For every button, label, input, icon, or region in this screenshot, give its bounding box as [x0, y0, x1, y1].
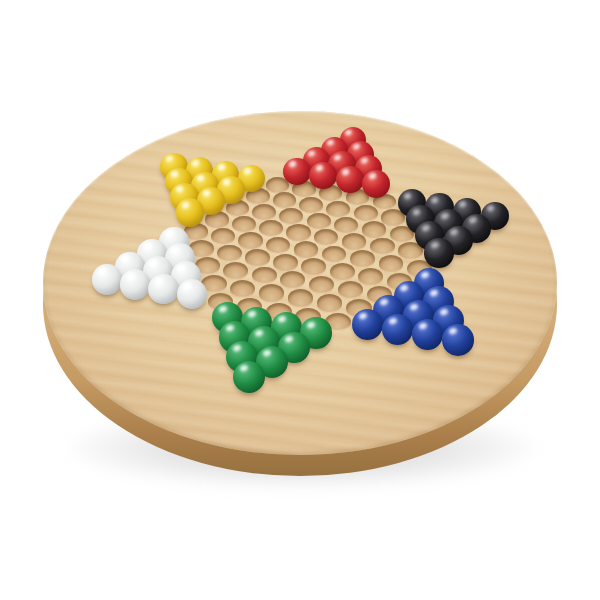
board-hole[interactable]: [217, 245, 242, 263]
board-hole[interactable]: [334, 217, 358, 234]
board-hole[interactable]: [230, 280, 255, 298]
marble-highlight: [171, 170, 180, 178]
marble-highlight: [360, 158, 368, 165]
marble-highlight: [379, 298, 389, 306]
marble-green[interactable]: [233, 361, 265, 393]
marble-highlight: [345, 129, 353, 136]
marble-highlight: [165, 229, 174, 237]
board-hole[interactable]: [232, 216, 256, 233]
marble-highlight: [334, 154, 342, 161]
marble-highlight: [307, 320, 317, 328]
board-hole[interactable]: [211, 228, 235, 245]
board-hole[interactable]: [314, 229, 338, 246]
marble-highlight: [429, 289, 438, 297]
marble-highlight: [368, 172, 377, 180]
marble-highlight: [468, 216, 477, 224]
star-holes-and-marbles-layer: [0, 0, 600, 600]
marble-highlight: [181, 201, 190, 209]
marble-highlight: [358, 312, 368, 320]
marble-highlight: [458, 200, 467, 208]
board-hole[interactable]: [245, 249, 270, 267]
marble-highlight: [486, 204, 495, 212]
marble-blue[interactable]: [412, 319, 443, 350]
marble-blue[interactable]: [352, 309, 383, 340]
marble-highlight: [255, 329, 265, 338]
board-hole[interactable]: [223, 262, 248, 280]
marble-highlight: [191, 159, 199, 166]
marble-red[interactable]: [336, 166, 364, 194]
board-hole[interactable]: [322, 246, 347, 264]
marble-highlight: [412, 208, 421, 216]
board-hole[interactable]: [350, 250, 375, 268]
marble-white[interactable]: [92, 264, 122, 294]
board-hole[interactable]: [342, 233, 366, 250]
marble-yellow[interactable]: [176, 198, 205, 227]
board-hole[interactable]: [354, 205, 378, 222]
marble-highlight: [449, 327, 459, 336]
marble-red[interactable]: [362, 170, 390, 198]
board-hole[interactable]: [238, 232, 262, 249]
marble-highlight: [166, 155, 174, 162]
marble-highlight: [243, 167, 252, 175]
board-hole[interactable]: [299, 197, 323, 214]
marble-highlight: [218, 305, 228, 313]
marble-highlight: [202, 189, 211, 197]
board-hole[interactable]: [301, 258, 326, 276]
marble-highlight: [352, 143, 360, 150]
marble-highlight: [400, 284, 409, 292]
product-photo-scene: [0, 0, 600, 600]
board-hole[interactable]: [252, 267, 277, 285]
marble-highlight: [223, 178, 232, 186]
marble-highlight: [421, 224, 430, 232]
board-hole[interactable]: [326, 201, 350, 218]
board-hole[interactable]: [279, 208, 303, 225]
marble-highlight: [239, 364, 249, 373]
marble-highlight: [449, 228, 458, 236]
marble-highlight: [98, 267, 107, 275]
marble-highlight: [420, 271, 429, 279]
marble-highlight: [315, 164, 324, 171]
marble-highlight: [217, 163, 226, 170]
marble-highlight: [121, 254, 130, 262]
marble-highlight: [430, 241, 439, 249]
board-hole[interactable]: [362, 221, 386, 238]
marble-highlight: [439, 308, 449, 316]
marble-highlight: [440, 212, 449, 220]
marble-red[interactable]: [283, 158, 311, 186]
marble-highlight: [418, 322, 428, 330]
marble-highlight: [289, 160, 298, 167]
marble-blue[interactable]: [382, 314, 413, 345]
marble-highlight: [308, 150, 316, 157]
marble-highlight: [154, 277, 163, 285]
marble-highlight: [143, 242, 152, 250]
marble-highlight: [403, 192, 412, 200]
marble-highlight: [262, 349, 272, 358]
board-hole[interactable]: [317, 294, 343, 312]
marble-highlight: [388, 317, 398, 325]
marble-white[interactable]: [177, 279, 208, 310]
board-hole[interactable]: [330, 263, 355, 281]
board-hole[interactable]: [280, 271, 305, 289]
board-hole[interactable]: [259, 220, 283, 237]
board-hole[interactable]: [273, 192, 297, 209]
board-hole[interactable]: [294, 241, 319, 259]
marble-highlight: [277, 315, 287, 323]
board-hole[interactable]: [266, 237, 291, 255]
board-hole[interactable]: [358, 268, 383, 286]
board-hole[interactable]: [252, 204, 276, 221]
board-hole[interactable]: [379, 255, 404, 273]
marble-white[interactable]: [120, 269, 150, 299]
board-hole[interactable]: [286, 224, 310, 241]
marble-highlight: [285, 335, 295, 344]
marble-highlight: [197, 174, 206, 182]
marble-highlight: [176, 185, 185, 193]
board-hole[interactable]: [259, 284, 284, 302]
marble-highlight: [177, 264, 186, 272]
marble-highlight: [341, 168, 350, 176]
board-hole[interactable]: [307, 213, 331, 230]
marble-highlight: [431, 196, 440, 204]
marble-highlight: [232, 344, 242, 353]
marble-blue[interactable]: [442, 324, 474, 356]
marble-highlight: [327, 139, 335, 146]
marble-highlight: [183, 282, 192, 290]
board-hole[interactable]: [309, 276, 334, 294]
marble-black[interactable]: [424, 238, 454, 268]
marble-highlight: [171, 246, 180, 254]
marble-highlight: [148, 259, 157, 267]
board-hole[interactable]: [273, 254, 298, 272]
marble-highlight: [225, 324, 235, 333]
board-hole[interactable]: [338, 281, 363, 299]
board-hole[interactable]: [370, 238, 395, 256]
board-hole[interactable]: [288, 289, 314, 307]
marble-highlight: [409, 303, 419, 311]
marble-highlight: [247, 310, 257, 318]
marble-white[interactable]: [148, 274, 178, 304]
marble-highlight: [126, 272, 135, 280]
